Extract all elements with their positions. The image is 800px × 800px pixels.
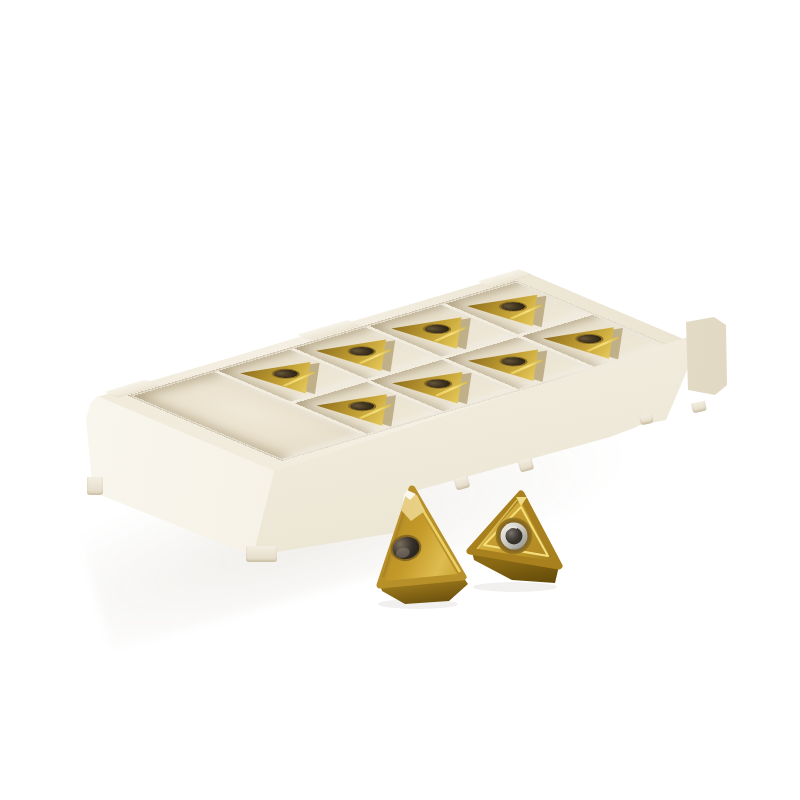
photo-canvas (0, 0, 800, 800)
loose-insert-right (470, 494, 559, 583)
loose-inserts (355, 478, 585, 618)
right-insert-shadow (473, 582, 557, 592)
tray-foot (691, 401, 707, 414)
tray-foot (246, 546, 277, 562)
left-insert-face (380, 489, 463, 585)
right-insert-hole (496, 518, 533, 555)
tray-foot (87, 477, 103, 495)
loose-insert-left (380, 489, 468, 604)
